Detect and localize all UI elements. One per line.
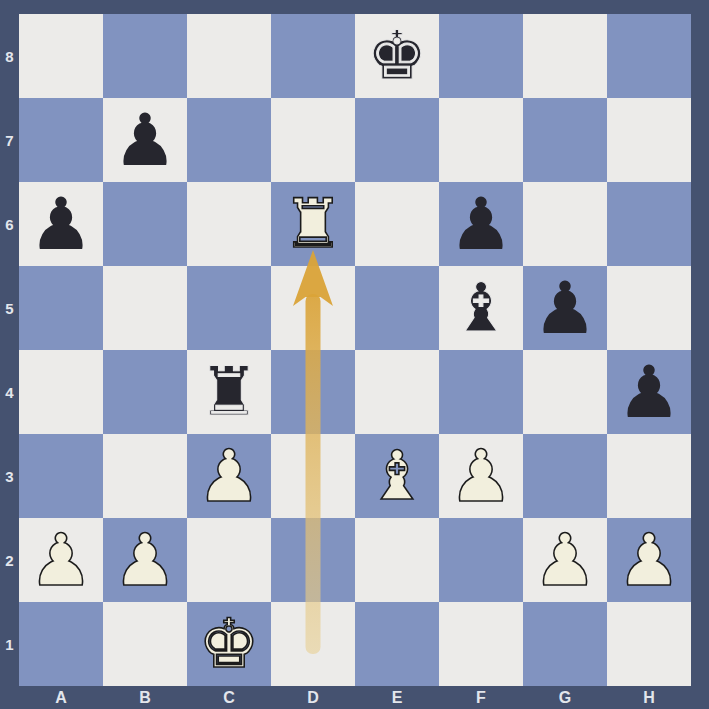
square-e8[interactable]: ♚ xyxy=(355,14,439,98)
white-bishop-e3[interactable]: ♝ xyxy=(367,434,428,518)
square-f6[interactable]: ♟ xyxy=(439,182,523,266)
square-h5[interactable] xyxy=(607,266,691,350)
square-d2[interactable] xyxy=(271,518,355,602)
square-g4[interactable] xyxy=(523,350,607,434)
square-c1[interactable]: ♚ xyxy=(187,602,271,686)
square-b5[interactable] xyxy=(103,266,187,350)
square-e3[interactable]: ♝ xyxy=(355,434,439,518)
black-pawn-f6[interactable]: ♟ xyxy=(449,182,514,266)
square-c5[interactable] xyxy=(187,266,271,350)
square-e7[interactable] xyxy=(355,98,439,182)
square-g2[interactable]: ♟ xyxy=(523,518,607,602)
square-f2[interactable] xyxy=(439,518,523,602)
square-b1[interactable] xyxy=(103,602,187,686)
black-pawn-h4[interactable]: ♟ xyxy=(617,350,682,434)
square-b8[interactable] xyxy=(103,14,187,98)
square-g8[interactable] xyxy=(523,14,607,98)
white-pawn-h2[interactable]: ♟ xyxy=(617,518,682,602)
square-g7[interactable] xyxy=(523,98,607,182)
rank-label-2: 2 xyxy=(0,518,19,602)
white-rook-d6[interactable]: ♜ xyxy=(283,182,344,266)
square-f4[interactable] xyxy=(439,350,523,434)
file-label-F: F xyxy=(439,686,523,709)
square-e5[interactable] xyxy=(355,266,439,350)
black-rook-c4[interactable]: ♜ xyxy=(199,350,260,434)
rank-label-7: 7 xyxy=(0,98,19,182)
square-a7[interactable] xyxy=(19,98,103,182)
square-h6[interactable] xyxy=(607,182,691,266)
square-d1[interactable] xyxy=(271,602,355,686)
black-king-e8[interactable]: ♚ xyxy=(367,14,428,98)
square-d4[interactable] xyxy=(271,350,355,434)
square-e2[interactable] xyxy=(355,518,439,602)
rank-label-3: 3 xyxy=(0,434,19,518)
square-d3[interactable] xyxy=(271,434,355,518)
white-pawn-a2[interactable]: ♟ xyxy=(29,518,94,602)
square-b3[interactable] xyxy=(103,434,187,518)
file-label-B: B xyxy=(103,686,187,709)
file-label-E: E xyxy=(355,686,439,709)
square-c6[interactable] xyxy=(187,182,271,266)
square-f5[interactable]: ♝ xyxy=(439,266,523,350)
square-c4[interactable]: ♜ xyxy=(187,350,271,434)
rank-label-5: 5 xyxy=(0,266,19,350)
rank-label-8: 8 xyxy=(0,14,19,98)
square-a5[interactable] xyxy=(19,266,103,350)
file-label-C: C xyxy=(187,686,271,709)
square-d7[interactable] xyxy=(271,98,355,182)
square-c7[interactable] xyxy=(187,98,271,182)
square-b2[interactable]: ♟ xyxy=(103,518,187,602)
square-b7[interactable]: ♟ xyxy=(103,98,187,182)
square-h7[interactable] xyxy=(607,98,691,182)
file-label-H: H xyxy=(607,686,691,709)
square-h2[interactable]: ♟ xyxy=(607,518,691,602)
square-f7[interactable] xyxy=(439,98,523,182)
file-label-D: D xyxy=(271,686,355,709)
rank-label-4: 4 xyxy=(0,350,19,434)
square-e4[interactable] xyxy=(355,350,439,434)
squares: ♚♟♟♜♟♝♟♜♟♟♝♟♟♟♟♟♚ xyxy=(19,14,691,686)
square-d8[interactable] xyxy=(271,14,355,98)
square-a1[interactable] xyxy=(19,602,103,686)
square-h3[interactable] xyxy=(607,434,691,518)
rank-label-6: 6 xyxy=(0,182,19,266)
square-a4[interactable] xyxy=(19,350,103,434)
white-king-c1[interactable]: ♚ xyxy=(199,602,260,686)
square-c3[interactable]: ♟ xyxy=(187,434,271,518)
black-pawn-g5[interactable]: ♟ xyxy=(533,266,598,350)
square-a8[interactable] xyxy=(19,14,103,98)
square-b6[interactable] xyxy=(103,182,187,266)
square-d5[interactable] xyxy=(271,266,355,350)
square-f3[interactable]: ♟ xyxy=(439,434,523,518)
square-c8[interactable] xyxy=(187,14,271,98)
square-h4[interactable]: ♟ xyxy=(607,350,691,434)
square-d6[interactable]: ♜ xyxy=(271,182,355,266)
black-pawn-b7[interactable]: ♟ xyxy=(113,98,178,182)
square-g3[interactable] xyxy=(523,434,607,518)
file-label-A: A xyxy=(19,686,103,709)
square-a6[interactable]: ♟ xyxy=(19,182,103,266)
white-pawn-f3[interactable]: ♟ xyxy=(449,434,514,518)
chess-board-frame: 87654321 ♚♟♟♜♟♝♟♜♟♟♝♟♟♟♟♟♚ ABCDEFGH xyxy=(0,0,709,709)
file-label-G: G xyxy=(523,686,607,709)
white-pawn-b2[interactable]: ♟ xyxy=(113,518,178,602)
rank-labels: 87654321 xyxy=(0,14,19,686)
square-c2[interactable] xyxy=(187,518,271,602)
square-a3[interactable] xyxy=(19,434,103,518)
white-pawn-g2[interactable]: ♟ xyxy=(533,518,598,602)
square-e1[interactable] xyxy=(355,602,439,686)
square-b4[interactable] xyxy=(103,350,187,434)
square-f1[interactable] xyxy=(439,602,523,686)
square-g1[interactable] xyxy=(523,602,607,686)
square-a2[interactable]: ♟ xyxy=(19,518,103,602)
square-h1[interactable] xyxy=(607,602,691,686)
white-pawn-c3[interactable]: ♟ xyxy=(197,434,262,518)
rank-label-1: 1 xyxy=(0,602,19,686)
square-g5[interactable]: ♟ xyxy=(523,266,607,350)
square-f8[interactable] xyxy=(439,14,523,98)
square-e6[interactable] xyxy=(355,182,439,266)
file-labels: ABCDEFGH xyxy=(19,686,691,709)
square-g6[interactable] xyxy=(523,182,607,266)
black-bishop-f5[interactable]: ♝ xyxy=(451,266,512,350)
square-h8[interactable] xyxy=(607,14,691,98)
black-pawn-a6[interactable]: ♟ xyxy=(29,182,94,266)
